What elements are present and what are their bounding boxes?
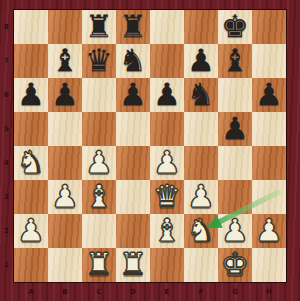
file-label-h: H [252, 283, 286, 300]
square-c2[interactable] [82, 214, 116, 248]
piece-black-knight[interactable]: ♞ [187, 77, 215, 111]
rank-label-1: 1 [0, 248, 13, 282]
piece-black-rook[interactable]: ♜ [85, 9, 113, 43]
square-h3[interactable] [252, 180, 286, 214]
piece-black-rook[interactable]: ♜ [119, 9, 147, 43]
square-f8[interactable] [184, 10, 218, 44]
square-g5[interactable]: ♟ [218, 112, 252, 146]
piece-black-knight[interactable]: ♞ [119, 43, 147, 77]
square-f1[interactable] [184, 248, 218, 282]
square-d4[interactable] [116, 146, 150, 180]
square-b5[interactable] [48, 112, 82, 146]
square-c1[interactable]: ♜ [82, 248, 116, 282]
chess-board-diagram: 87654321ABCDEFGH ♜♜♚♝♛♞♟♝♟♟♟♟♞♟♟♞♟♟♟♝♛♟♟… [0, 0, 300, 301]
square-a1[interactable] [14, 248, 48, 282]
square-b6[interactable]: ♟ [48, 78, 82, 112]
piece-white-bishop[interactable]: ♝ [85, 179, 113, 213]
piece-white-pawn[interactable]: ♟ [85, 145, 113, 179]
square-a4[interactable]: ♞ [14, 146, 48, 180]
file-label-f: F [184, 283, 218, 300]
chessboard[interactable]: ♜♜♚♝♛♞♟♝♟♟♟♟♞♟♟♞♟♟♟♝♛♟♟♝♞♟♟♜♜♚ [14, 10, 286, 282]
square-c6[interactable] [82, 78, 116, 112]
piece-white-pawn[interactable]: ♟ [51, 179, 79, 213]
file-label-g: G [218, 283, 252, 300]
square-d6[interactable]: ♟ [116, 78, 150, 112]
square-d2[interactable] [116, 214, 150, 248]
square-c5[interactable] [82, 112, 116, 146]
piece-white-pawn[interactable]: ♟ [17, 213, 45, 247]
piece-white-king[interactable]: ♚ [221, 247, 249, 281]
square-h7[interactable] [252, 44, 286, 78]
rank-label-2: 2 [0, 214, 13, 248]
square-e6[interactable]: ♟ [150, 78, 184, 112]
piece-black-pawn[interactable]: ♟ [255, 77, 283, 111]
square-h2[interactable]: ♟ [252, 214, 286, 248]
square-h1[interactable] [252, 248, 286, 282]
piece-black-king[interactable]: ♚ [221, 9, 249, 43]
square-f6[interactable]: ♞ [184, 78, 218, 112]
square-g7[interactable]: ♝ [218, 44, 252, 78]
piece-white-bishop[interactable]: ♝ [153, 213, 181, 247]
piece-black-bishop[interactable]: ♝ [221, 43, 249, 77]
square-d3[interactable] [116, 180, 150, 214]
square-f4[interactable] [184, 146, 218, 180]
square-e5[interactable] [150, 112, 184, 146]
rank-label-8: 8 [0, 10, 13, 44]
square-d7[interactable]: ♞ [116, 44, 150, 78]
piece-black-bishop[interactable]: ♝ [51, 43, 79, 77]
rank-label-7: 7 [0, 44, 13, 78]
square-a2[interactable]: ♟ [14, 214, 48, 248]
piece-white-rook[interactable]: ♜ [119, 247, 147, 281]
piece-black-pawn[interactable]: ♟ [17, 77, 45, 111]
square-g4[interactable] [218, 146, 252, 180]
square-e4[interactable]: ♟ [150, 146, 184, 180]
square-a8[interactable] [14, 10, 48, 44]
square-a3[interactable] [14, 180, 48, 214]
square-c3[interactable]: ♝ [82, 180, 116, 214]
square-a7[interactable] [14, 44, 48, 78]
square-e1[interactable] [150, 248, 184, 282]
file-label-a: A [14, 283, 48, 300]
rank-label-4: 4 [0, 146, 13, 180]
square-g2[interactable]: ♟ [218, 214, 252, 248]
square-h8[interactable] [252, 10, 286, 44]
square-g3[interactable] [218, 180, 252, 214]
square-c7[interactable]: ♛ [82, 44, 116, 78]
square-e7[interactable] [150, 44, 184, 78]
file-label-e: E [150, 283, 184, 300]
square-a5[interactable] [14, 112, 48, 146]
square-b3[interactable]: ♟ [48, 180, 82, 214]
square-e8[interactable] [150, 10, 184, 44]
square-c4[interactable]: ♟ [82, 146, 116, 180]
square-c8[interactable]: ♜ [82, 10, 116, 44]
square-d5[interactable] [116, 112, 150, 146]
file-label-b: B [48, 283, 82, 300]
square-f5[interactable] [184, 112, 218, 146]
square-f3[interactable]: ♟ [184, 180, 218, 214]
square-h6[interactable]: ♟ [252, 78, 286, 112]
piece-white-pawn[interactable]: ♟ [153, 145, 181, 179]
square-e2[interactable]: ♝ [150, 214, 184, 248]
square-b7[interactable]: ♝ [48, 44, 82, 78]
piece-white-knight[interactable]: ♞ [187, 213, 215, 247]
piece-black-pawn[interactable]: ♟ [221, 111, 249, 145]
piece-black-pawn[interactable]: ♟ [51, 77, 79, 111]
square-d1[interactable]: ♜ [116, 248, 150, 282]
rank-label-3: 3 [0, 180, 13, 214]
square-g6[interactable] [218, 78, 252, 112]
rank-label-6: 6 [0, 78, 13, 112]
square-d8[interactable]: ♜ [116, 10, 150, 44]
rank-label-5: 5 [0, 112, 13, 146]
piece-black-pawn[interactable]: ♟ [187, 43, 215, 77]
piece-black-queen[interactable]: ♛ [85, 43, 113, 77]
piece-black-pawn[interactable]: ♟ [119, 77, 147, 111]
piece-white-pawn[interactable]: ♟ [221, 213, 249, 247]
square-b1[interactable] [48, 248, 82, 282]
square-h5[interactable] [252, 112, 286, 146]
square-g8[interactable]: ♚ [218, 10, 252, 44]
square-f7[interactable]: ♟ [184, 44, 218, 78]
square-e3[interactable]: ♛ [150, 180, 184, 214]
square-f2[interactable]: ♞ [184, 214, 218, 248]
piece-white-pawn[interactable]: ♟ [187, 179, 215, 213]
square-g1[interactable]: ♚ [218, 248, 252, 282]
file-label-d: D [116, 283, 150, 300]
piece-white-pawn[interactable]: ♟ [255, 213, 283, 247]
piece-white-rook[interactable]: ♜ [85, 247, 113, 281]
square-a6[interactable]: ♟ [14, 78, 48, 112]
square-h4[interactable] [252, 146, 286, 180]
square-b4[interactable] [48, 146, 82, 180]
piece-black-pawn[interactable]: ♟ [153, 77, 181, 111]
piece-white-knight[interactable]: ♞ [17, 145, 45, 179]
square-b2[interactable] [48, 214, 82, 248]
file-label-c: C [82, 283, 116, 300]
piece-white-queen[interactable]: ♛ [153, 179, 181, 213]
square-b8[interactable] [48, 10, 82, 44]
